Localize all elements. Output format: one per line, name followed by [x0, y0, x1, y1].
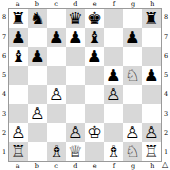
coord-label-1: 1: [164, 149, 168, 156]
coord-label-d: d: [73, 1, 77, 8]
square-f1[interactable]: ♗: [104, 142, 123, 161]
coord-label-2: 2: [2, 130, 6, 137]
piece-white-pawn: ♙: [106, 85, 121, 104]
coord-label-b: b: [35, 1, 39, 8]
square-g5[interactable]: ♘: [123, 66, 142, 85]
corner-top-right: [162, 0, 170, 8]
square-a4[interactable]: [9, 85, 28, 104]
rank-labels-left: 87654321: [0, 8, 8, 162]
piece-black-bishop: ♝: [11, 47, 26, 66]
piece-white-pawn: ♙: [144, 123, 159, 142]
piece-black-pawn: ♟: [68, 28, 83, 47]
square-b2[interactable]: [28, 123, 47, 142]
square-b4[interactable]: [28, 85, 47, 104]
square-e2[interactable]: ♔: [85, 123, 104, 142]
square-h7[interactable]: [142, 28, 161, 47]
piece-white-rook: ♖: [144, 142, 159, 161]
piece-white-rook: ♖: [11, 142, 26, 161]
square-e5[interactable]: [85, 66, 104, 85]
white-to-move-indicator: △: [162, 161, 168, 169]
square-g1[interactable]: ♘: [123, 142, 142, 161]
square-d3[interactable]: [66, 104, 85, 123]
piece-white-pawn: ♙: [30, 104, 45, 123]
square-g4[interactable]: [123, 85, 142, 104]
coord-label-6: 6: [2, 53, 6, 60]
square-g7[interactable]: ♟: [123, 28, 142, 47]
square-f6[interactable]: [104, 47, 123, 66]
square-g6[interactable]: [123, 47, 142, 66]
piece-white-king: ♔: [87, 123, 102, 142]
piece-white-queen: ♕: [68, 142, 83, 161]
square-g8[interactable]: [123, 9, 142, 28]
piece-white-bishop: ♗: [49, 142, 64, 161]
square-b5[interactable]: [28, 66, 47, 85]
piece-white-bishop: ♗: [106, 142, 121, 161]
square-g2[interactable]: ♙: [123, 123, 142, 142]
square-e8[interactable]: ♚: [85, 9, 104, 28]
coord-label-6: 6: [164, 53, 168, 60]
piece-black-king: ♚: [87, 9, 102, 28]
coord-label-d: d: [73, 163, 77, 170]
square-b1[interactable]: [28, 142, 47, 161]
square-h8[interactable]: ♜: [142, 9, 161, 28]
square-f4[interactable]: ♙: [104, 85, 123, 104]
square-c4[interactable]: ♙: [47, 85, 66, 104]
square-d5[interactable]: [66, 66, 85, 85]
piece-white-pawn: ♙: [125, 123, 140, 142]
coord-label-b: b: [35, 163, 39, 170]
coord-label-3: 3: [2, 111, 6, 118]
piece-black-pawn: ♟: [125, 28, 140, 47]
corner-top-left: [0, 0, 8, 8]
piece-black-pawn: ♟: [106, 66, 121, 85]
square-e3[interactable]: [85, 104, 104, 123]
coord-label-f: f: [113, 163, 115, 170]
corner-bottom-left: [0, 162, 8, 170]
square-e6[interactable]: ♟: [85, 47, 104, 66]
coord-label-h: h: [150, 163, 154, 170]
square-h6[interactable]: [142, 47, 161, 66]
piece-white-pawn: ♙: [11, 123, 26, 142]
coord-label-e: e: [93, 1, 97, 8]
coord-label-a: a: [16, 1, 20, 8]
square-b6[interactable]: ♟: [28, 47, 47, 66]
piece-black-pawn: ♟: [87, 47, 102, 66]
square-b3[interactable]: ♙: [28, 104, 47, 123]
square-d8[interactable]: ♛: [66, 9, 85, 28]
file-labels-bottom: abcdefgh: [8, 162, 162, 170]
square-g3[interactable]: [123, 104, 142, 123]
piece-white-knight: ♘: [125, 142, 140, 161]
square-c3[interactable]: [47, 104, 66, 123]
square-c7[interactable]: ♟: [47, 28, 66, 47]
coord-label-g: g: [131, 1, 135, 8]
coord-label-7: 7: [2, 34, 6, 41]
square-h5[interactable]: ♟: [142, 66, 161, 85]
square-f3[interactable]: [104, 104, 123, 123]
square-f2[interactable]: [104, 123, 123, 142]
square-f7[interactable]: [104, 28, 123, 47]
square-a6[interactable]: ♝: [9, 47, 28, 66]
square-b7[interactable]: [28, 28, 47, 47]
piece-black-knight: ♞: [30, 9, 45, 28]
square-c1[interactable]: ♗: [47, 142, 66, 161]
square-f8[interactable]: [104, 9, 123, 28]
piece-black-rook: ♜: [144, 9, 159, 28]
piece-white-knight: ♘: [125, 66, 140, 85]
square-a8[interactable]: ♜: [9, 9, 28, 28]
square-a2[interactable]: ♙: [9, 123, 28, 142]
square-c5[interactable]: [47, 66, 66, 85]
chess-board-diagram: abcdefgh 87654321 ♜♞♛♚♜♟♟♟♝♟♝♟♟♟♘♟♙♙♙♙♙♔…: [0, 0, 170, 170]
square-h2[interactable]: ♙: [142, 123, 161, 142]
square-d2[interactable]: ♙: [66, 123, 85, 142]
piece-black-queen: ♛: [68, 9, 83, 28]
piece-white-pawn: ♙: [49, 85, 64, 104]
square-h4[interactable]: [142, 85, 161, 104]
coord-label-3: 3: [164, 111, 168, 118]
coord-label-f: f: [113, 1, 115, 8]
file-labels-top: abcdefgh: [8, 0, 162, 8]
square-d6[interactable]: [66, 47, 85, 66]
coord-label-8: 8: [2, 14, 6, 21]
square-b8[interactable]: ♞: [28, 9, 47, 28]
square-c8[interactable]: [47, 9, 66, 28]
square-d1[interactable]: ♕: [66, 142, 85, 161]
coord-label-4: 4: [2, 91, 6, 98]
piece-white-pawn: ♙: [68, 123, 83, 142]
piece-black-pawn: ♟: [49, 28, 64, 47]
piece-black-bishop: ♝: [87, 28, 102, 47]
square-e1[interactable]: [85, 142, 104, 161]
coord-label-7: 7: [164, 34, 168, 41]
square-h3[interactable]: [142, 104, 161, 123]
coord-label-8: 8: [164, 14, 168, 21]
coord-label-4: 4: [164, 91, 168, 98]
square-a1[interactable]: ♖: [9, 142, 28, 161]
piece-black-pawn: ♟: [11, 28, 26, 47]
coord-label-5: 5: [164, 72, 168, 79]
square-c2[interactable]: [47, 123, 66, 142]
square-d4[interactable]: [66, 85, 85, 104]
square-d7[interactable]: ♟: [66, 28, 85, 47]
coord-label-c: c: [54, 163, 58, 170]
corner-bottom-right: △: [162, 162, 170, 170]
coord-label-5: 5: [2, 72, 6, 79]
piece-black-rook: ♜: [11, 9, 26, 28]
piece-black-pawn: ♟: [144, 66, 159, 85]
square-a3[interactable]: [9, 104, 28, 123]
coord-label-g: g: [131, 163, 135, 170]
square-c6[interactable]: [47, 47, 66, 66]
coord-label-2: 2: [164, 130, 168, 137]
square-f5[interactable]: ♟: [104, 66, 123, 85]
coord-label-c: c: [54, 1, 58, 8]
coord-label-h: h: [150, 1, 154, 8]
square-e4[interactable]: [85, 85, 104, 104]
coord-label-a: a: [16, 163, 20, 170]
rank-labels-right: 87654321: [162, 8, 170, 162]
square-a7[interactable]: ♟: [9, 28, 28, 47]
square-e7[interactable]: ♝: [85, 28, 104, 47]
coord-label-1: 1: [2, 149, 6, 156]
piece-black-pawn: ♟: [30, 47, 45, 66]
coord-label-e: e: [93, 163, 97, 170]
square-a5[interactable]: [9, 66, 28, 85]
square-h1[interactable]: ♖: [142, 142, 161, 161]
chess-board: ♜♞♛♚♜♟♟♟♝♟♝♟♟♟♘♟♙♙♙♙♙♔♙♙♖♗♕♗♘♖: [8, 8, 162, 162]
